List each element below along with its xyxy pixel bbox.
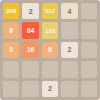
empty-cell (81, 22, 97, 38)
empty-cell (42, 61, 58, 77)
tile-16: 16 (22, 42, 38, 58)
tile-2: 2 (61, 42, 77, 58)
empty-cell (61, 61, 77, 77)
empty-cell (22, 61, 38, 77)
empty-cell (81, 3, 97, 19)
tile-4: 4 (61, 3, 77, 19)
2048-board[interactable]: 204825124864128816822 (0, 0, 100, 100)
empty-cell (61, 22, 77, 38)
empty-cell (3, 81, 19, 97)
tile-2: 2 (42, 81, 58, 97)
tile-128: 128 (42, 22, 58, 38)
tile-2048: 2048 (3, 3, 19, 19)
empty-cell (81, 42, 97, 58)
tile-8: 8 (3, 42, 19, 58)
empty-cell (3, 61, 19, 77)
tile-2: 2 (22, 3, 38, 19)
tile-8: 8 (3, 22, 19, 38)
empty-cell (81, 61, 97, 77)
empty-cell (22, 81, 38, 97)
empty-cell (61, 81, 77, 97)
tile-64: 64 (22, 22, 38, 38)
tile-512: 512 (42, 3, 58, 19)
tile-8: 8 (42, 42, 58, 58)
empty-cell (81, 81, 97, 97)
